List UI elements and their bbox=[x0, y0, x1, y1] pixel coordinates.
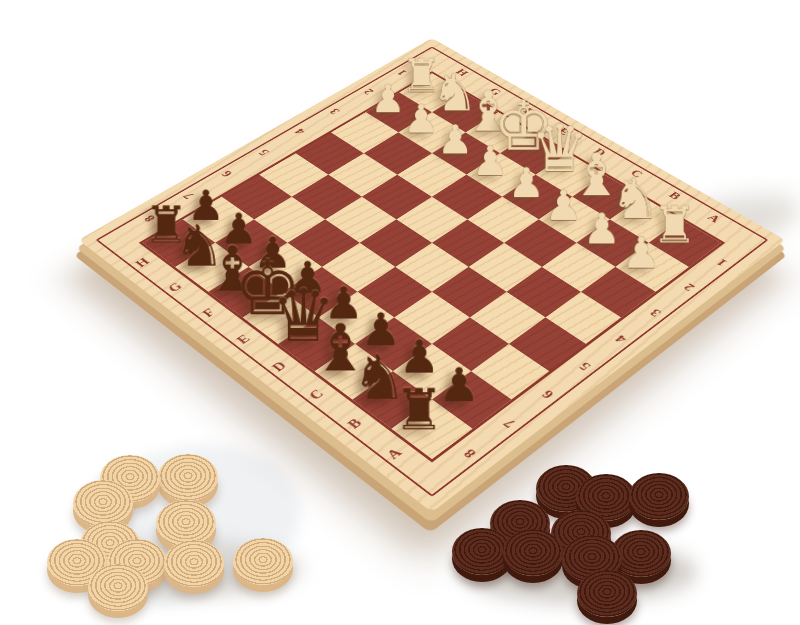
board-grid: ♜♞♝♚♛♝♞♜♟♟♟♟♟♟♟♟♟♟♟♟♟♟♟♟♜♞♝♚♛♝♞♜ bbox=[139, 71, 726, 462]
checker-light-1[interactable] bbox=[158, 454, 218, 501]
checker-light-3[interactable] bbox=[73, 480, 133, 527]
piece-white-pawn-a2[interactable]: ♟ bbox=[601, 232, 682, 275]
square-a8[interactable]: ♜ bbox=[392, 399, 473, 458]
board-wood-face: HGFEDCBA HGFEDCBA 12345678 12345678 ♜♞♝♚… bbox=[78, 38, 785, 512]
checker-light-9[interactable] bbox=[164, 540, 224, 587]
chess-board: HGFEDCBA HGFEDCBA 12345678 12345678 ♜♞♝♚… bbox=[78, 38, 785, 512]
checker-dark-10[interactable] bbox=[577, 570, 637, 617]
checker-light-10[interactable] bbox=[88, 564, 148, 611]
checker-dark-3[interactable] bbox=[629, 473, 689, 520]
piece-black-rook-a8[interactable]: ♜ bbox=[374, 382, 463, 438]
checker-dark-7[interactable] bbox=[503, 529, 563, 576]
square-c4[interactable] bbox=[469, 243, 542, 292]
checker-light-6[interactable] bbox=[233, 538, 293, 585]
square-d5[interactable] bbox=[395, 243, 468, 292]
product-photo-scene: HGFEDCBA HGFEDCBA 12345678 12345678 ♜♞♝♚… bbox=[0, 0, 800, 625]
